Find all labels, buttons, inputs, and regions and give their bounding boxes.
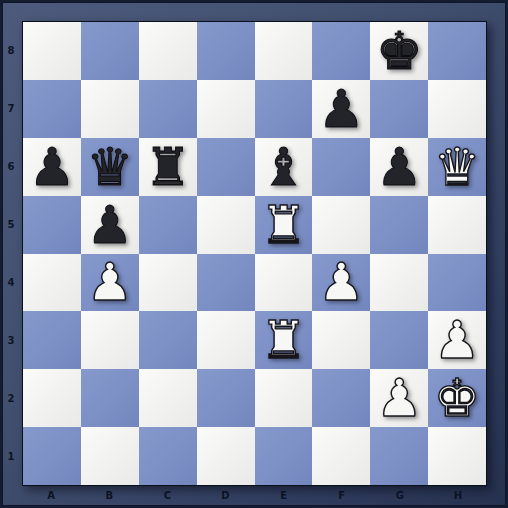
piece-white-pawn[interactable]: ♟ <box>318 254 365 312</box>
square-h3[interactable]: ♟ <box>428 311 486 369</box>
square-h6[interactable]: ♛ <box>428 138 486 196</box>
piece-white-pawn[interactable]: ♟ <box>87 254 134 312</box>
square-c3[interactable] <box>139 311 197 369</box>
square-a8[interactable] <box>23 22 81 80</box>
square-b5[interactable]: ♟ <box>81 196 139 254</box>
square-g3[interactable] <box>370 311 428 369</box>
square-a1[interactable] <box>23 427 81 485</box>
square-b2[interactable] <box>81 369 139 427</box>
piece-black-pawn[interactable]: ♟ <box>376 138 423 196</box>
square-d7[interactable] <box>197 80 255 138</box>
piece-white-rook[interactable]: ♜ <box>260 311 307 369</box>
piece-black-rook[interactable]: ♜ <box>144 138 191 196</box>
square-e3[interactable]: ♜ <box>255 311 313 369</box>
square-a7[interactable] <box>23 80 81 138</box>
file-label-h: H <box>429 486 487 505</box>
square-b3[interactable] <box>81 311 139 369</box>
square-e8[interactable] <box>255 22 313 80</box>
square-d4[interactable] <box>197 254 255 312</box>
file-label-b: B <box>80 486 138 505</box>
rank-label-2: 2 <box>0 370 22 428</box>
square-h2[interactable]: ♚ <box>428 369 486 427</box>
rank-label-4: 4 <box>0 254 22 312</box>
file-label-a: A <box>22 486 80 505</box>
square-f3[interactable] <box>312 311 370 369</box>
square-d3[interactable] <box>197 311 255 369</box>
square-f5[interactable] <box>312 196 370 254</box>
piece-white-pawn[interactable]: ♟ <box>376 369 423 427</box>
square-d6[interactable] <box>197 138 255 196</box>
file-label-c: C <box>138 486 196 505</box>
piece-white-pawn[interactable]: ♟ <box>434 311 481 369</box>
square-e1[interactable] <box>255 427 313 485</box>
file-label-e: E <box>255 486 313 505</box>
square-a5[interactable] <box>23 196 81 254</box>
square-c7[interactable] <box>139 80 197 138</box>
square-g1[interactable] <box>370 427 428 485</box>
file-label-f: F <box>313 486 371 505</box>
square-f4[interactable]: ♟ <box>312 254 370 312</box>
rank-labels: 87654321 <box>0 21 22 486</box>
square-f8[interactable] <box>312 22 370 80</box>
square-a3[interactable] <box>23 311 81 369</box>
piece-black-pawn[interactable]: ♟ <box>318 80 365 138</box>
square-b7[interactable] <box>81 80 139 138</box>
square-e4[interactable] <box>255 254 313 312</box>
square-b8[interactable] <box>81 22 139 80</box>
piece-white-queen[interactable]: ♛ <box>434 138 481 196</box>
square-g4[interactable] <box>370 254 428 312</box>
square-c6[interactable]: ♜ <box>139 138 197 196</box>
rank-label-5: 5 <box>0 195 22 253</box>
chess-diagram: 87654321 ABCDEFGH ♚♟♟♛♜♝♟♛♟♜♟♟♜♟♟♚ <box>0 0 508 508</box>
square-d1[interactable] <box>197 427 255 485</box>
square-g7[interactable] <box>370 80 428 138</box>
piece-black-queen[interactable]: ♛ <box>87 138 134 196</box>
square-e5[interactable]: ♜ <box>255 196 313 254</box>
piece-black-pawn[interactable]: ♟ <box>29 138 76 196</box>
square-h8[interactable] <box>428 22 486 80</box>
file-labels: ABCDEFGH <box>22 486 487 505</box>
square-f6[interactable] <box>312 138 370 196</box>
square-d5[interactable] <box>197 196 255 254</box>
square-e7[interactable] <box>255 80 313 138</box>
piece-white-king[interactable]: ♚ <box>434 369 481 427</box>
rank-label-8: 8 <box>0 21 22 79</box>
square-h1[interactable] <box>428 427 486 485</box>
square-g6[interactable]: ♟ <box>370 138 428 196</box>
piece-black-bishop[interactable]: ♝ <box>260 138 307 196</box>
square-a6[interactable]: ♟ <box>23 138 81 196</box>
square-c2[interactable] <box>139 369 197 427</box>
square-h7[interactable] <box>428 80 486 138</box>
square-h5[interactable] <box>428 196 486 254</box>
square-c1[interactable] <box>139 427 197 485</box>
rank-label-6: 6 <box>0 137 22 195</box>
square-c8[interactable] <box>139 22 197 80</box>
square-f2[interactable] <box>312 369 370 427</box>
square-c5[interactable] <box>139 196 197 254</box>
file-label-g: G <box>371 486 429 505</box>
rank-label-7: 7 <box>0 79 22 137</box>
square-a2[interactable] <box>23 369 81 427</box>
square-f7[interactable]: ♟ <box>312 80 370 138</box>
square-e2[interactable] <box>255 369 313 427</box>
piece-white-rook[interactable]: ♜ <box>260 196 307 254</box>
square-c4[interactable] <box>139 254 197 312</box>
rank-label-1: 1 <box>0 428 22 486</box>
square-g2[interactable]: ♟ <box>370 369 428 427</box>
square-d8[interactable] <box>197 22 255 80</box>
square-f1[interactable] <box>312 427 370 485</box>
file-label-d: D <box>196 486 254 505</box>
square-h4[interactable] <box>428 254 486 312</box>
square-b6[interactable]: ♛ <box>81 138 139 196</box>
rank-label-3: 3 <box>0 312 22 370</box>
piece-black-pawn[interactable]: ♟ <box>87 196 134 254</box>
square-g5[interactable] <box>370 196 428 254</box>
square-d2[interactable] <box>197 369 255 427</box>
square-a4[interactable] <box>23 254 81 312</box>
square-e6[interactable]: ♝ <box>255 138 313 196</box>
square-b4[interactable]: ♟ <box>81 254 139 312</box>
square-g8[interactable]: ♚ <box>370 22 428 80</box>
square-b1[interactable] <box>81 427 139 485</box>
chess-board: ♚♟♟♛♜♝♟♛♟♜♟♟♜♟♟♚ <box>22 21 487 486</box>
piece-black-king[interactable]: ♚ <box>376 22 423 80</box>
